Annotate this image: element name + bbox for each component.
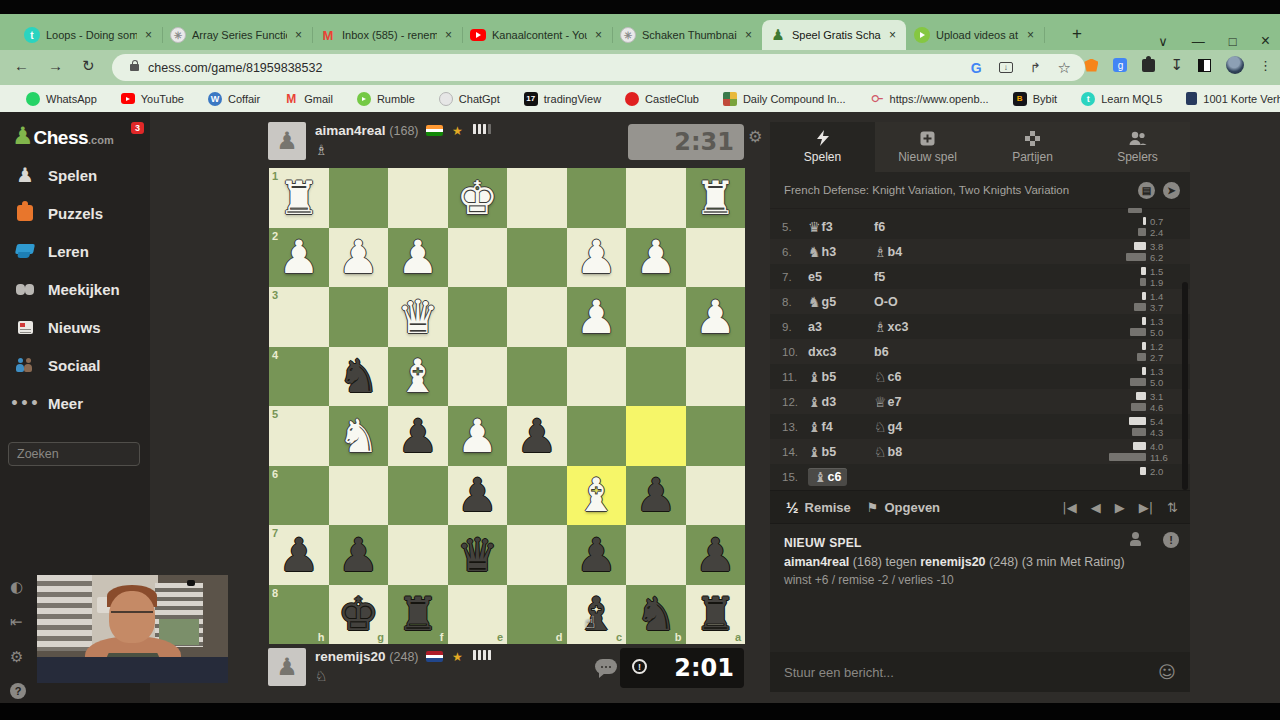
- notification-badge: 3: [131, 122, 144, 134]
- square-h2[interactable]: 2♟: [269, 228, 329, 288]
- sidebar-item-puzzels[interactable]: Puzzels: [14, 202, 103, 224]
- square-e1[interactable]: ♚: [448, 168, 508, 228]
- white-rook-h1[interactable]: ♜: [269, 168, 329, 228]
- star-icon: ★: [452, 124, 463, 138]
- rank-label: 3: [272, 289, 278, 301]
- white-pawn-a3[interactable]: ♟: [686, 287, 746, 347]
- install-icon[interactable]: ↓: [999, 62, 1013, 73]
- square-g1[interactable]: [329, 168, 389, 228]
- bookmark-key[interactable]: https://www.openb...: [870, 92, 989, 106]
- black-move[interactable]: f5: [874, 270, 940, 284]
- new-tab-button[interactable]: +: [1072, 24, 1082, 44]
- square-g7[interactable]: ♟: [329, 525, 389, 585]
- move-list-scrollbar[interactable]: [1182, 282, 1188, 490]
- move-row-9: 9.a3♗xc31.35.0: [770, 314, 1190, 339]
- square-a4[interactable]: [686, 347, 746, 407]
- white-rook-a1[interactable]: ♜: [686, 168, 746, 228]
- square-g5[interactable]: ♞: [329, 406, 389, 466]
- google-lens-icon[interactable]: G: [971, 60, 982, 76]
- move-nav-buttons: |◀◀▶▶|⇅: [1062, 500, 1178, 515]
- move-row-8: 8.♞g5O-O1.43.7: [770, 289, 1190, 314]
- rank-label: 8: [272, 587, 278, 599]
- tab-close-icon[interactable]: ×: [743, 28, 754, 42]
- square-h3[interactable]: 3: [269, 287, 329, 347]
- move-row-5: 5.♛f3f60.72.4: [770, 214, 1190, 239]
- square-d3[interactable]: [507, 287, 567, 347]
- browser-tab-strip: tLoops - Doing some×Array Series Functio…: [0, 14, 1280, 50]
- dark-reader-icon[interactable]: [1198, 59, 1211, 72]
- white-move[interactable]: ♞h3: [808, 244, 874, 260]
- square-e6[interactable]: ♟: [448, 466, 508, 526]
- mouse-hand-cursor: ☝: [585, 612, 595, 632]
- pawn-icon: ♟: [14, 164, 36, 186]
- sidebar-item-spelen[interactable]: ♟Spelen: [14, 164, 97, 186]
- square-g3[interactable]: [329, 287, 389, 347]
- browser-tab-6[interactable]: ♟Speel Gratis Schaak (×: [762, 20, 906, 50]
- tab-close-icon[interactable]: ×: [293, 28, 304, 42]
- metamask-icon[interactable]: [1084, 59, 1098, 72]
- square-a8[interactable]: a♜: [686, 585, 746, 645]
- bookmark-label: Learn MQL5: [1101, 93, 1162, 105]
- theme-toggle-icon[interactable]: ◐: [10, 578, 26, 596]
- new-game-info: NIEUW SPEL aiman4real (168) tegen renemi…: [784, 536, 1176, 587]
- webcam-ceiling-camera: [187, 580, 195, 586]
- black-move[interactable]: ♘g4: [874, 419, 940, 435]
- square-b2[interactable]: ♟: [626, 228, 686, 288]
- minimize-button[interactable]: —: [1192, 34, 1205, 49]
- black-move[interactable]: ♗xc3: [874, 319, 940, 335]
- url-text[interactable]: chess.com/game/81959838532: [148, 61, 322, 75]
- panel-tab-spelers[interactable]: Spelers: [1085, 122, 1190, 172]
- square-f8[interactable]: f♜: [388, 585, 448, 645]
- top-player-rating: (168): [389, 124, 418, 138]
- white-move[interactable]: ♝b5: [808, 444, 874, 460]
- white-move[interactable]: ♝c6: [808, 468, 874, 486]
- netherlands-flag-icon: [426, 651, 443, 662]
- tab-search-icon[interactable]: ∨: [1158, 34, 1168, 49]
- webcam-window-right: [155, 583, 203, 647]
- board-icon: [1025, 131, 1040, 146]
- game-panel: SpelenNieuw spelPartijenSpelers French D…: [770, 122, 1190, 692]
- tab-close-icon[interactable]: ×: [593, 28, 604, 42]
- white-move[interactable]: dxc3: [808, 345, 874, 359]
- square-b8[interactable]: b♞: [626, 585, 686, 645]
- square-a2[interactable]: [686, 228, 746, 288]
- panel-tab-label: Nieuw spel: [898, 150, 957, 164]
- square-b1[interactable]: [626, 168, 686, 228]
- explorer-icon[interactable]: ➤: [1163, 182, 1180, 199]
- move-row-11: 11.♝b5♘c61.35.0: [770, 364, 1190, 389]
- square-a1[interactable]: ♜: [686, 168, 746, 228]
- black-pawn-b6[interactable]: ♟: [626, 466, 686, 526]
- move-times: 3.14.6: [1100, 391, 1176, 412]
- move-times: 1.35.0: [1100, 316, 1176, 337]
- bottom-player-clock: ! 2:01: [620, 648, 744, 688]
- black-move[interactable]: f6: [874, 220, 940, 234]
- bookmark-youtube[interactable]: YouTube: [121, 93, 184, 105]
- white-move[interactable]: ♝f4: [808, 419, 874, 435]
- draw-button[interactable]: ½ Remise: [786, 499, 851, 516]
- square-d1[interactable]: [507, 168, 567, 228]
- square-b5[interactable]: [626, 406, 686, 466]
- square-f5[interactable]: ♟: [388, 406, 448, 466]
- square-d4[interactable]: [507, 347, 567, 407]
- browser-tab-3[interactable]: MInbox (585) - renemij×: [312, 20, 462, 50]
- rumble-icon: [357, 92, 371, 106]
- plus-icon: [920, 131, 935, 146]
- move-row-6: 6.♞h3♗b43.86.2: [770, 239, 1190, 264]
- white-pawn-f2[interactable]: ♟: [388, 228, 448, 288]
- bottom-player-avatar[interactable]: ♟: [268, 648, 306, 686]
- translate-icon[interactable]: g: [1113, 58, 1127, 72]
- black-queen-e7[interactable]: ♛: [448, 525, 508, 585]
- bookmark-calc[interactable]: Daily Compound In...: [723, 92, 846, 106]
- move-number: 8.: [782, 296, 808, 308]
- move-number: 9.: [782, 321, 808, 333]
- webcam-overlay: [37, 575, 228, 683]
- square-c8[interactable]: c♝: [567, 585, 627, 645]
- move-number: 11.: [782, 371, 808, 383]
- square-h5[interactable]: 5: [269, 406, 329, 466]
- file-label: d: [556, 631, 563, 643]
- bookmark-whatsapp[interactable]: WhatsApp: [26, 92, 97, 106]
- black-pawn-f5[interactable]: ♟: [388, 406, 448, 466]
- move-row-14: 14.♝b5♘b84.011.6: [770, 439, 1190, 464]
- go-end-icon[interactable]: ▶|: [1139, 500, 1153, 515]
- square-c5[interactable]: [567, 406, 627, 466]
- white-move[interactable]: ♝d3: [808, 394, 874, 410]
- people-icon: [1129, 131, 1147, 146]
- bybit-icon: B: [1013, 92, 1027, 106]
- square-e8[interactable]: e: [448, 585, 508, 645]
- sidebar-search-input[interactable]: Zoeken: [8, 442, 140, 466]
- bookmark-label: YouTube: [141, 93, 184, 105]
- black-pawn-e6[interactable]: ♟: [448, 466, 508, 526]
- star-icon: ★: [452, 650, 463, 664]
- black-pawn-a7[interactable]: ♟: [686, 525, 746, 585]
- move-times: 1.51.9: [1100, 266, 1176, 287]
- rank-label: 6: [272, 468, 278, 480]
- square-e4[interactable]: [448, 347, 508, 407]
- browser-tab-7[interactable]: Upload videos at Ru×: [906, 20, 1044, 50]
- connection-bars-icon: [473, 650, 491, 660]
- bottom-captured-pieces: ♘: [315, 668, 328, 684]
- help-icon[interactable]: ?: [10, 683, 26, 699]
- chrome-menu-icon[interactable]: ⋮: [1259, 58, 1272, 73]
- bookmark-star-icon[interactable]: ☆: [1058, 59, 1071, 77]
- sidebar-item-label: Puzzels: [48, 205, 103, 222]
- white-pawn-g2[interactable]: ♟: [329, 228, 389, 288]
- smiley-icon[interactable]: ☺: [1158, 662, 1176, 682]
- square-f2[interactable]: ♟: [388, 228, 448, 288]
- white-pawn-h2[interactable]: ♟: [269, 228, 329, 288]
- white-pawn-c3[interactable]: ♟: [567, 287, 627, 347]
- bookmark-coffair[interactable]: WCoffair: [208, 92, 260, 106]
- bookmark-bybit[interactable]: BBybit: [1013, 92, 1057, 106]
- go-start-icon[interactable]: |◀: [1062, 500, 1076, 515]
- webcam-desk: [37, 657, 228, 683]
- square-f4[interactable]: ♝: [388, 347, 448, 407]
- black-move[interactable]: ♘b8: [874, 444, 940, 460]
- square-g6[interactable]: [329, 466, 389, 526]
- browser-tab-2[interactable]: Array Series Function×: [162, 20, 312, 50]
- square-d5[interactable]: ♟: [507, 406, 567, 466]
- square-d7[interactable]: [507, 525, 567, 585]
- file-label: h: [318, 631, 325, 643]
- white-knight-g5[interactable]: ♞: [329, 406, 389, 466]
- square-a3[interactable]: ♟: [686, 287, 746, 347]
- square-c6[interactable]: ♝: [567, 466, 627, 526]
- move-number: 13.: [782, 421, 808, 433]
- black-pawn-g7[interactable]: ♟: [329, 525, 389, 585]
- square-c3[interactable]: ♟: [567, 287, 627, 347]
- chatgpt-icon: [439, 92, 453, 106]
- connection-bars-icon: [473, 124, 491, 134]
- move-times: 3.86.2: [1100, 241, 1176, 262]
- bookmark-chatgpt[interactable]: ChatGpt: [439, 92, 500, 106]
- collapse-sidebar-icon[interactable]: ⇤: [10, 613, 26, 631]
- tab-label: Upload videos at Ru: [936, 29, 1019, 41]
- black-rook-a8[interactable]: ♜: [686, 585, 746, 645]
- settings-gear-icon[interactable]: ⚙: [10, 648, 26, 666]
- black-pawn-c7[interactable]: ♟: [567, 525, 627, 585]
- bookmark-label: https://www.openb...: [890, 93, 989, 105]
- chatgpt-favicon-icon: [620, 27, 636, 43]
- tab-close-icon[interactable]: ×: [1025, 28, 1036, 42]
- castleclub-icon: [625, 92, 639, 106]
- move-times: 4.011.6: [1100, 441, 1176, 462]
- move-row-15: 15.♝c62.0: [770, 464, 1190, 489]
- sidebar-item-sociaal[interactable]: Sociaal: [14, 354, 101, 376]
- browser-nav: ← → ↻ ⌂: [14, 57, 123, 75]
- white-queen-f3[interactable]: ♛: [388, 287, 448, 347]
- square-e7[interactable]: ♛: [448, 525, 508, 585]
- panel-tab-label: Partijen: [1012, 150, 1053, 164]
- back-icon[interactable]: ◀: [1091, 500, 1101, 515]
- black-king-g8[interactable]: ♚: [329, 585, 389, 645]
- bookmark-mql5[interactable]: tLearn MQL5: [1081, 92, 1162, 106]
- rank-label: 5: [272, 408, 278, 420]
- forward-icon[interactable]: →: [48, 57, 63, 75]
- game-controls-row: ½ Remise ⚑ Opgeven |◀◀▶▶|⇅: [770, 490, 1190, 524]
- square-b4[interactable]: [626, 347, 686, 407]
- square-c7[interactable]: ♟: [567, 525, 627, 585]
- white-king-e1[interactable]: ♚: [448, 168, 508, 228]
- square-b6[interactable]: ♟: [626, 466, 686, 526]
- square-b7[interactable]: [626, 525, 686, 585]
- share-icon[interactable]: ↱: [1030, 60, 1041, 75]
- new-game-line: aiman4real (168) tegen renemijs20 (248) …: [784, 555, 1176, 569]
- panel-tab-spelen[interactable]: Spelen: [770, 122, 875, 172]
- opening-book-icon[interactable]: ▤: [1138, 182, 1155, 199]
- white-bishop-c6[interactable]: ♝: [567, 466, 627, 526]
- webcam-person-glasses: [111, 611, 153, 620]
- tab-close-icon[interactable]: ×: [887, 28, 898, 42]
- new-game-odds: winst +6 / remise -2 / verlies -10: [784, 573, 1176, 587]
- panel-tab-label: Spelen: [804, 150, 841, 164]
- move-list: 5.♛f3f60.72.46.♞h3♗b43.86.27.e5f51.51.98…: [770, 208, 1190, 490]
- panel-tab-nieuw-spel[interactable]: Nieuw spel: [875, 122, 980, 172]
- square-e2[interactable]: [448, 228, 508, 288]
- close-button[interactable]: ×: [1261, 32, 1270, 50]
- chat-input[interactable]: Stuur een bericht...: [784, 665, 894, 680]
- top-black-strip: [0, 0, 1280, 14]
- bookmark-rumble[interactable]: Rumble: [357, 92, 415, 106]
- tab-label: Inbox (585) - renemij: [342, 29, 437, 41]
- square-c2[interactable]: ♟: [567, 228, 627, 288]
- sidebar-item-meekijken[interactable]: Meekijken: [14, 278, 120, 300]
- tab-label: Loops - Doing some: [46, 29, 137, 41]
- sidebar-item-label: Nieuws: [48, 319, 101, 336]
- white-move[interactable]: e5: [808, 270, 874, 284]
- maximize-button[interactable]: □: [1229, 34, 1237, 49]
- tab-close-icon[interactable]: ×: [143, 28, 154, 42]
- black-move[interactable]: ♘c6: [874, 369, 940, 385]
- white-pawn-e5[interactable]: ♟: [448, 406, 508, 466]
- social-icon: [14, 354, 36, 376]
- bookmarks-bar: WhatsAppYouTubeWCoffairMGmailRumbleChatG…: [0, 85, 1280, 112]
- move-number: 10.: [782, 346, 808, 358]
- white-move[interactable]: ♝b5: [808, 369, 874, 385]
- address-bar[interactable]: chess.com/game/81959838532 G ↓ ↱ ☆: [112, 54, 1085, 81]
- tab-close-icon[interactable]: ×: [443, 28, 454, 42]
- square-f7[interactable]: [388, 525, 448, 585]
- coffair-icon: W: [208, 92, 222, 106]
- square-c4[interactable]: [567, 347, 627, 407]
- more-icon: •••: [14, 392, 36, 414]
- black-pawn-d5[interactable]: ♟: [507, 406, 567, 466]
- square-d6[interactable]: [507, 466, 567, 526]
- sidebar-item-label: Leren: [48, 243, 89, 260]
- black-move[interactable]: ♗b4: [874, 244, 940, 260]
- move-number: 15.: [782, 471, 808, 483]
- bino-icon: [14, 278, 36, 300]
- move-number: 12.: [782, 396, 808, 408]
- browser-tab-4[interactable]: Kanaalcontent - You×: [462, 20, 612, 50]
- bookmark-label: WhatsApp: [46, 93, 97, 105]
- panel-tab-partijen[interactable]: Partijen: [980, 122, 1085, 172]
- bottom-player-rating: (248): [389, 650, 418, 664]
- white-pawn-c2[interactable]: ♟: [567, 228, 627, 288]
- top-player-clock: 2:31: [628, 124, 744, 160]
- cap-icon: [14, 240, 36, 262]
- square-d8[interactable]: d: [507, 585, 567, 645]
- black-bishop-c8[interactable]: ♝: [567, 585, 627, 645]
- square-f1[interactable]: [388, 168, 448, 228]
- top-player-name[interactable]: aiman4real (168) ★: [315, 123, 491, 138]
- webcam-window-left: [37, 575, 95, 651]
- bookmark-label: CastleClub: [645, 93, 699, 105]
- square-h8[interactable]: 8h: [269, 585, 329, 645]
- profile-avatar[interactable]: [1226, 56, 1244, 74]
- rank-label: 4: [272, 349, 278, 361]
- white-pawn-b2[interactable]: ♟: [626, 228, 686, 288]
- square-f6[interactable]: [388, 466, 448, 526]
- bookmark-tradingview[interactable]: 17tradingView: [524, 92, 601, 106]
- forward-icon[interactable]: ▶: [1115, 500, 1125, 515]
- back-icon[interactable]: ←: [14, 57, 29, 75]
- square-e5[interactable]: ♟: [448, 406, 508, 466]
- square-g4[interactable]: ♞: [329, 347, 389, 407]
- white-bishop-f4[interactable]: ♝: [388, 347, 448, 407]
- chesscom-logo[interactable]: ♟Chess.com: [12, 126, 114, 149]
- black-rook-f8[interactable]: ♜: [388, 585, 448, 645]
- extension-icons: g ↧ ⋮: [1084, 56, 1272, 74]
- sidebar-item-nieuws[interactable]: Nieuws: [14, 316, 101, 338]
- sidebar-item-leren[interactable]: Leren: [14, 240, 89, 262]
- top-captured-pieces: ♗: [315, 142, 328, 158]
- move-times: 0.72.4: [1100, 216, 1176, 237]
- reload-icon[interactable]: ↻: [82, 57, 95, 75]
- youtube-icon: [121, 93, 135, 104]
- square-h7[interactable]: 7♟: [269, 525, 329, 585]
- black-pawn-h7[interactable]: ♟: [269, 525, 329, 585]
- chat-bubble-icon[interactable]: [595, 659, 617, 674]
- square-d2[interactable]: [507, 228, 567, 288]
- square-h6[interactable]: 6: [269, 466, 329, 526]
- resign-button[interactable]: ⚑ Opgeven: [867, 500, 940, 515]
- lock-icon: [130, 64, 139, 71]
- white-move[interactable]: a3: [808, 320, 874, 334]
- black-knight-g4[interactable]: ♞: [329, 347, 389, 407]
- bookmark-gmail[interactable]: MGmail: [284, 92, 333, 106]
- bookmark-book[interactable]: 1001 Korte Verhale...: [1186, 92, 1280, 105]
- bookmark-castleclub[interactable]: CastleClub: [625, 92, 699, 106]
- move-number: 7.: [782, 271, 808, 283]
- square-a5[interactable]: [686, 406, 746, 466]
- mql5-icon: t: [1081, 92, 1095, 106]
- browser-tab-5[interactable]: Schaken Thumbnail I×: [612, 20, 762, 50]
- sidebar-item-label: Meekijken: [48, 281, 120, 298]
- board-settings-gear-icon[interactable]: ⚙: [748, 127, 762, 146]
- opening-row: French Defense: Knight Variation, Two Kn…: [770, 172, 1190, 209]
- top-player-avatar[interactable]: ♟: [268, 122, 306, 160]
- tab-label: Speel Gratis Schaak (: [792, 29, 881, 41]
- square-f3[interactable]: ♛: [388, 287, 448, 347]
- bookmark-label: ChatGpt: [459, 93, 500, 105]
- opening-name: French Defense: Knight Variation, Two Kn…: [784, 184, 1124, 196]
- browser-tab-1[interactable]: tLoops - Doing some×: [16, 20, 162, 50]
- square-a6[interactable]: [686, 466, 746, 526]
- square-e3[interactable]: [448, 287, 508, 347]
- bottom-player-name[interactable]: renemijs20 (248) ★: [315, 649, 491, 664]
- square-h4[interactable]: 4: [269, 347, 329, 407]
- loops-favicon-icon: t: [24, 27, 40, 43]
- square-b3[interactable]: [626, 287, 686, 347]
- book-icon: [1186, 92, 1197, 105]
- black-move[interactable]: O-O: [874, 295, 940, 309]
- white-move[interactable]: ♛f3: [808, 219, 874, 235]
- downloads-icon[interactable]: ↧: [1170, 56, 1183, 74]
- key-icon: [870, 92, 884, 106]
- flip-board-icon[interactable]: ⇅: [1167, 500, 1178, 515]
- move-row-13: 13.♝f4♘g45.44.3: [770, 414, 1190, 439]
- black-knight-b8[interactable]: ♞: [626, 585, 686, 645]
- square-a7[interactable]: ♟: [686, 525, 746, 585]
- sidebar-item-meer[interactable]: •••Meer: [14, 392, 83, 414]
- black-move[interactable]: ♕e7: [874, 394, 940, 410]
- square-c1[interactable]: [567, 168, 627, 228]
- move-times: 5.44.3: [1100, 416, 1176, 437]
- square-h1[interactable]: 1♜: [269, 168, 329, 228]
- rumble-favicon-icon: [914, 27, 930, 43]
- extensions-puzzle-icon[interactable]: [1142, 59, 1155, 72]
- square-g8[interactable]: g♚: [329, 585, 389, 645]
- white-move[interactable]: ♞g5: [808, 294, 874, 310]
- panel-tabs: SpelenNieuw spelPartijenSpelers: [770, 122, 1190, 172]
- black-move[interactable]: b6: [874, 345, 940, 359]
- square-g2[interactable]: ♟: [329, 228, 389, 288]
